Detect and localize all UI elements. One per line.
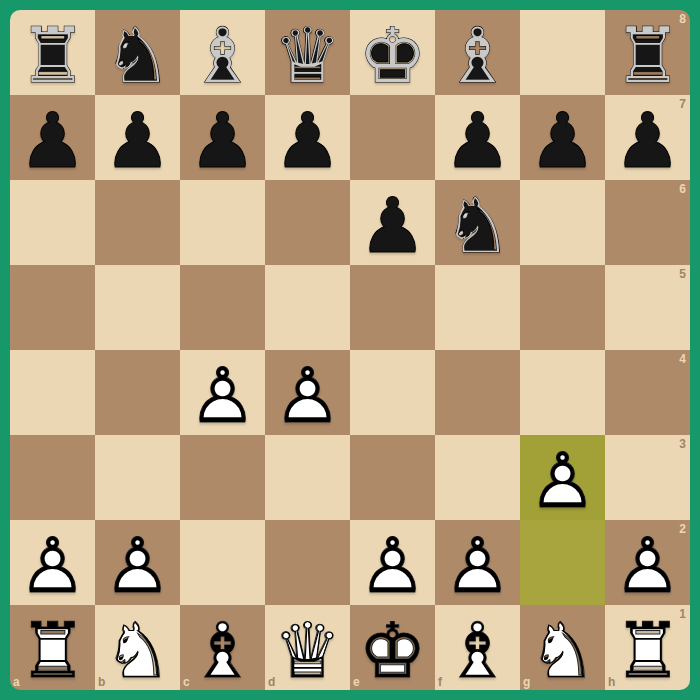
piece-outline: ♔ (350, 608, 435, 690)
square-f7[interactable]: ♟ (435, 95, 520, 180)
square-g3[interactable]: ♟♙ (520, 435, 605, 520)
square-c4[interactable]: ♟♙ (180, 350, 265, 435)
black-rook[interactable]: ♜♖ (10, 10, 95, 95)
square-e8[interactable]: ♚♔ (350, 10, 435, 95)
rank-label-1: 1 (679, 608, 686, 620)
square-d1[interactable]: ♛♕d (265, 605, 350, 690)
square-g1[interactable]: ♞♘g (520, 605, 605, 690)
square-h1[interactable]: ♜♖1h (605, 605, 690, 690)
square-a7[interactable]: ♟ (10, 95, 95, 180)
piece-fill: ♟ (95, 98, 180, 183)
white-pawn[interactable]: ♟♙ (265, 350, 350, 435)
square-f6[interactable]: ♞♘ (435, 180, 520, 265)
square-f5[interactable] (435, 265, 520, 350)
square-e3[interactable] (350, 435, 435, 520)
white-king[interactable]: ♚♔ (350, 605, 435, 690)
square-b4[interactable] (95, 350, 180, 435)
piece-outline: ♕ (265, 13, 350, 98)
piece-outline: ♗ (435, 608, 520, 690)
square-a8[interactable]: ♜♖ (10, 10, 95, 95)
square-b8[interactable]: ♞♘ (95, 10, 180, 95)
file-label-b: b (98, 676, 105, 688)
white-pawn[interactable]: ♟♙ (95, 520, 180, 605)
piece-outline: ♘ (95, 13, 180, 98)
piece-fill: ♟ (180, 98, 265, 183)
square-h3[interactable]: 3 (605, 435, 690, 520)
piece-outline: ♖ (605, 608, 690, 690)
piece-outline: ♙ (10, 523, 95, 608)
square-e5[interactable] (350, 265, 435, 350)
square-g5[interactable] (520, 265, 605, 350)
black-queen[interactable]: ♛♕ (265, 10, 350, 95)
square-a5[interactable] (10, 265, 95, 350)
piece-fill: ♟ (520, 98, 605, 183)
piece-fill: ♟ (265, 98, 350, 183)
square-a3[interactable] (10, 435, 95, 520)
piece-outline: ♙ (350, 523, 435, 608)
file-label-c: c (183, 676, 190, 688)
square-e4[interactable] (350, 350, 435, 435)
piece-outline: ♘ (435, 183, 520, 268)
square-f1[interactable]: ♝♗f (435, 605, 520, 690)
rank-label-3: 3 (679, 438, 686, 450)
white-pawn[interactable]: ♟♙ (435, 520, 520, 605)
square-f2[interactable]: ♟♙ (435, 520, 520, 605)
square-f8[interactable]: ♝♗ (435, 10, 520, 95)
white-bishop[interactable]: ♝♗ (435, 605, 520, 690)
black-pawn[interactable]: ♟ (180, 95, 265, 180)
square-c6[interactable] (180, 180, 265, 265)
square-g6[interactable] (520, 180, 605, 265)
black-pawn[interactable]: ♟ (605, 95, 690, 180)
black-bishop[interactable]: ♝♗ (435, 10, 520, 95)
white-pawn[interactable]: ♟♙ (605, 520, 690, 605)
piece-outline: ♙ (435, 523, 520, 608)
square-g7[interactable]: ♟ (520, 95, 605, 180)
rank-label-8: 8 (679, 13, 686, 25)
square-a4[interactable] (10, 350, 95, 435)
square-d3[interactable] (265, 435, 350, 520)
square-c2[interactable] (180, 520, 265, 605)
file-label-g: g (523, 676, 530, 688)
piece-outline: ♙ (95, 523, 180, 608)
square-b1[interactable]: ♞♘b (95, 605, 180, 690)
white-rook[interactable]: ♜♖ (10, 605, 95, 690)
rank-label-4: 4 (679, 353, 686, 365)
square-b3[interactable] (95, 435, 180, 520)
rank-label-6: 6 (679, 183, 686, 195)
square-g4[interactable] (520, 350, 605, 435)
black-rook[interactable]: ♜♖ (605, 10, 690, 95)
square-e1[interactable]: ♚♔e (350, 605, 435, 690)
piece-outline: ♗ (180, 13, 265, 98)
square-d7[interactable]: ♟ (265, 95, 350, 180)
square-d8[interactable]: ♛♕ (265, 10, 350, 95)
piece-outline: ♘ (520, 608, 605, 690)
square-a2[interactable]: ♟♙ (10, 520, 95, 605)
piece-fill: ♟ (10, 98, 95, 183)
square-e7[interactable] (350, 95, 435, 180)
file-label-h: h (608, 676, 615, 688)
square-c3[interactable] (180, 435, 265, 520)
white-bishop[interactable]: ♝♗ (180, 605, 265, 690)
black-bishop[interactable]: ♝♗ (180, 10, 265, 95)
white-pawn[interactable]: ♟♙ (520, 435, 605, 520)
square-c8[interactable]: ♝♗ (180, 10, 265, 95)
black-knight[interactable]: ♞♘ (435, 180, 520, 265)
piece-fill: ♟ (435, 98, 520, 183)
white-pawn[interactable]: ♟♙ (350, 520, 435, 605)
piece-outline: ♙ (265, 353, 350, 438)
square-f4[interactable] (435, 350, 520, 435)
black-pawn[interactable]: ♟ (435, 95, 520, 180)
white-pawn[interactable]: ♟♙ (10, 520, 95, 605)
black-pawn[interactable]: ♟ (95, 95, 180, 180)
file-label-e: e (353, 676, 360, 688)
square-a6[interactable] (10, 180, 95, 265)
square-f3[interactable] (435, 435, 520, 520)
white-knight[interactable]: ♞♘ (95, 605, 180, 690)
rank-label-2: 2 (679, 523, 686, 535)
piece-outline: ♙ (520, 438, 605, 523)
square-b5[interactable] (95, 265, 180, 350)
rank-label-7: 7 (679, 98, 686, 110)
black-pawn[interactable]: ♟ (520, 95, 605, 180)
square-b7[interactable]: ♟ (95, 95, 180, 180)
piece-fill: ♟ (605, 98, 690, 183)
square-d4[interactable]: ♟♙ (265, 350, 350, 435)
square-c1[interactable]: ♝♗c (180, 605, 265, 690)
square-h8[interactable]: ♜♖8 (605, 10, 690, 95)
piece-outline: ♙ (180, 353, 265, 438)
white-queen[interactable]: ♛♕ (265, 605, 350, 690)
white-pawn[interactable]: ♟♙ (180, 350, 265, 435)
piece-outline: ♖ (605, 13, 690, 98)
piece-fill: ♟ (350, 183, 435, 268)
rank-label-5: 5 (679, 268, 686, 280)
square-d5[interactable] (265, 265, 350, 350)
square-g8[interactable] (520, 10, 605, 95)
square-d6[interactable] (265, 180, 350, 265)
piece-outline: ♔ (350, 13, 435, 98)
square-h7[interactable]: ♟7 (605, 95, 690, 180)
file-label-d: d (268, 676, 275, 688)
piece-outline: ♗ (180, 608, 265, 690)
square-b2[interactable]: ♟♙ (95, 520, 180, 605)
square-a1[interactable]: ♜♖a (10, 605, 95, 690)
square-h4[interactable]: 4 (605, 350, 690, 435)
square-c7[interactable]: ♟ (180, 95, 265, 180)
square-c5[interactable] (180, 265, 265, 350)
piece-outline: ♕ (265, 608, 350, 690)
black-pawn[interactable]: ♟ (350, 180, 435, 265)
white-rook[interactable]: ♜♖ (605, 605, 690, 690)
square-b6[interactable] (95, 180, 180, 265)
chess-app: ♜♖♞♘♝♗♛♕♚♔♝♗♜♖8♟♟♟♟♟♟♟7♟♞♘65♟♙♟♙4♟♙3♟♙♟♙… (0, 0, 700, 700)
file-label-a: a (13, 676, 20, 688)
square-e6[interactable]: ♟ (350, 180, 435, 265)
piece-outline: ♖ (10, 608, 95, 690)
piece-outline: ♘ (95, 608, 180, 690)
white-knight[interactable]: ♞♘ (520, 605, 605, 690)
chess-board[interactable]: ♜♖♞♘♝♗♛♕♚♔♝♗♜♖8♟♟♟♟♟♟♟7♟♞♘65♟♙♟♙4♟♙3♟♙♟♙… (10, 10, 690, 690)
square-h2[interactable]: ♟♙2 (605, 520, 690, 605)
black-pawn[interactable]: ♟ (10, 95, 95, 180)
square-g2[interactable] (520, 520, 605, 605)
square-h6[interactable]: 6 (605, 180, 690, 265)
black-pawn[interactable]: ♟ (265, 95, 350, 180)
square-h5[interactable]: 5 (605, 265, 690, 350)
piece-outline: ♙ (605, 523, 690, 608)
square-e2[interactable]: ♟♙ (350, 520, 435, 605)
file-label-f: f (438, 676, 442, 688)
black-king[interactable]: ♚♔ (350, 10, 435, 95)
black-knight[interactable]: ♞♘ (95, 10, 180, 95)
piece-outline: ♗ (435, 13, 520, 98)
square-d2[interactable] (265, 520, 350, 605)
piece-outline: ♖ (10, 13, 95, 98)
